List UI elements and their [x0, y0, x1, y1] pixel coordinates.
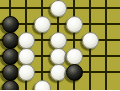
white-stone — [18, 32, 35, 49]
black-stone — [2, 64, 19, 81]
white-stone — [50, 32, 67, 49]
black-stone — [2, 32, 19, 49]
go-board[interactable] — [0, 0, 120, 90]
white-stone — [34, 80, 51, 91]
white-stone — [50, 0, 67, 17]
black-stone — [2, 48, 19, 65]
white-stone — [18, 64, 35, 81]
white-stone — [66, 16, 83, 33]
white-stone — [66, 48, 83, 65]
white-stone — [82, 32, 99, 49]
white-stone — [50, 48, 67, 65]
black-stone — [66, 64, 83, 81]
white-stone — [50, 64, 67, 81]
white-stone — [34, 16, 51, 33]
black-stone — [2, 16, 19, 33]
black-stone — [2, 80, 19, 91]
white-stone — [18, 48, 35, 65]
grid-line-vertical-3 — [41, 0, 43, 90]
grid-line-vertical-7 — [105, 0, 107, 90]
